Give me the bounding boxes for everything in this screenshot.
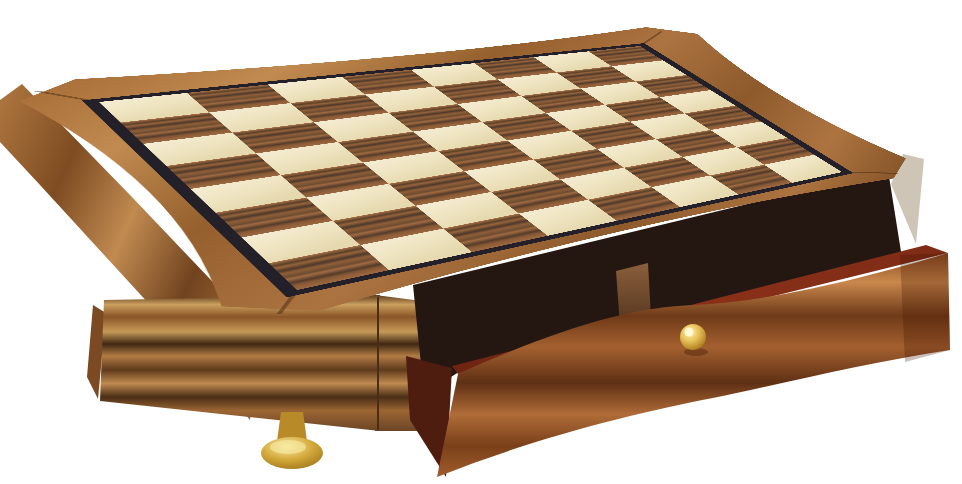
drawer-knob [680, 324, 706, 350]
drawer-right-end-shade [900, 253, 950, 362]
chessboard-box-photo [0, 0, 962, 484]
drawer-knob-highlight [685, 328, 694, 337]
